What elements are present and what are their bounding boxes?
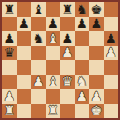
white-knight-icon: ♞ [76, 75, 88, 88]
square-d1[interactable]: ♜ [46, 104, 61, 119]
square-g3[interactable] [89, 75, 104, 90]
white-queen-icon: ♛ [61, 75, 73, 88]
black-knight-icon: ♞ [32, 31, 44, 44]
square-c8[interactable]: ♝ [31, 2, 46, 17]
white-pawn-icon: ♟ [3, 89, 15, 102]
white-bishop-icon: ♝ [47, 75, 59, 88]
square-f5[interactable] [75, 46, 90, 61]
black-bishop-icon: ♝ [32, 2, 44, 15]
square-g6[interactable] [89, 31, 104, 46]
square-c1[interactable] [31, 104, 46, 119]
square-e3[interactable]: ♛ [60, 75, 75, 90]
white-pawn-icon: ♟ [61, 46, 73, 59]
black-pawn-icon: ♟ [3, 31, 15, 44]
square-f8[interactable]: ♞ [75, 2, 90, 17]
square-f1[interactable] [75, 104, 90, 119]
square-h1[interactable] [104, 104, 119, 119]
square-c3[interactable]: ♟ [31, 75, 46, 90]
square-f6[interactable] [75, 31, 90, 46]
square-b4[interactable] [17, 60, 32, 75]
square-c2[interactable] [31, 89, 46, 104]
square-g4[interactable] [89, 60, 104, 75]
square-a4[interactable] [2, 60, 17, 75]
square-h5[interactable]: ♟ [104, 46, 119, 61]
square-b7[interactable]: ♟ [17, 17, 32, 32]
square-d3[interactable]: ♝ [46, 75, 61, 90]
square-b3[interactable] [17, 75, 32, 90]
white-king-icon: ♚ [90, 104, 102, 117]
square-d8[interactable] [46, 2, 61, 17]
chess-board: ♜♝♜♞♚♟♟♟♟♟♞♝♟♟♛♟♟♟♝♛♞♟♟♟♜♜♚ [2, 2, 118, 118]
square-e8[interactable]: ♜ [60, 2, 75, 17]
square-e5[interactable]: ♟ [60, 46, 75, 61]
square-h2[interactable] [104, 89, 119, 104]
white-bishop-icon: ♝ [47, 31, 59, 44]
square-e7[interactable] [60, 17, 75, 32]
black-pawn-icon: ♟ [105, 31, 117, 44]
black-king-icon: ♚ [90, 2, 102, 15]
square-d6[interactable]: ♝ [46, 31, 61, 46]
white-pawn-icon: ♟ [76, 89, 88, 102]
square-g5[interactable] [89, 46, 104, 61]
square-g1[interactable]: ♚ [89, 104, 104, 119]
square-h8[interactable] [104, 2, 119, 17]
square-c4[interactable] [31, 60, 46, 75]
square-c7[interactable] [31, 17, 46, 32]
square-c5[interactable] [31, 46, 46, 61]
black-pawn-icon: ♟ [76, 17, 88, 30]
black-pawn-icon: ♟ [90, 17, 102, 30]
black-knight-icon: ♞ [76, 2, 88, 15]
square-e2[interactable] [60, 89, 75, 104]
black-rook-icon: ♜ [61, 2, 73, 15]
square-f7[interactable]: ♟ [75, 17, 90, 32]
black-queen-icon: ♛ [3, 46, 15, 59]
square-e4[interactable] [60, 60, 75, 75]
white-pawn-icon: ♟ [32, 75, 44, 88]
board-frame: ♜♝♜♞♚♟♟♟♟♟♞♝♟♟♛♟♟♟♝♛♞♟♟♟♜♜♚ [0, 0, 120, 120]
square-e1[interactable] [60, 104, 75, 119]
white-pawn-icon: ♟ [90, 89, 102, 102]
square-g8[interactable]: ♚ [89, 2, 104, 17]
square-a3[interactable] [2, 75, 17, 90]
square-b5[interactable] [17, 46, 32, 61]
square-b1[interactable] [17, 104, 32, 119]
square-b2[interactable] [17, 89, 32, 104]
white-pawn-icon: ♟ [105, 46, 117, 59]
square-a8[interactable]: ♜ [2, 2, 17, 17]
square-b8[interactable] [17, 2, 32, 17]
square-f4[interactable] [75, 60, 90, 75]
square-d7[interactable]: ♟ [46, 17, 61, 32]
black-pawn-icon: ♟ [61, 31, 73, 44]
square-b6[interactable] [17, 31, 32, 46]
white-rook-icon: ♜ [47, 104, 59, 117]
square-c6[interactable]: ♞ [31, 31, 46, 46]
square-d2[interactable] [46, 89, 61, 104]
square-h7[interactable] [104, 17, 119, 32]
square-e6[interactable]: ♟ [60, 31, 75, 46]
square-a6[interactable]: ♟ [2, 31, 17, 46]
black-pawn-icon: ♟ [47, 17, 59, 30]
square-g7[interactable]: ♟ [89, 17, 104, 32]
square-a1[interactable]: ♜ [2, 104, 17, 119]
square-f3[interactable]: ♞ [75, 75, 90, 90]
square-a5[interactable]: ♛ [2, 46, 17, 61]
square-d5[interactable] [46, 46, 61, 61]
square-h4[interactable] [104, 60, 119, 75]
square-a7[interactable] [2, 17, 17, 32]
white-rook-icon: ♜ [3, 104, 15, 117]
square-f2[interactable]: ♟ [75, 89, 90, 104]
square-a2[interactable]: ♟ [2, 89, 17, 104]
black-pawn-icon: ♟ [18, 17, 30, 30]
square-h3[interactable] [104, 75, 119, 90]
square-d4[interactable] [46, 60, 61, 75]
chessboard-screenshot: ♜♝♜♞♚♟♟♟♟♟♞♝♟♟♛♟♟♟♝♛♞♟♟♟♜♜♚ [0, 0, 120, 120]
square-g2[interactable]: ♟ [89, 89, 104, 104]
square-h6[interactable]: ♟ [104, 31, 119, 46]
black-rook-icon: ♜ [3, 2, 15, 15]
